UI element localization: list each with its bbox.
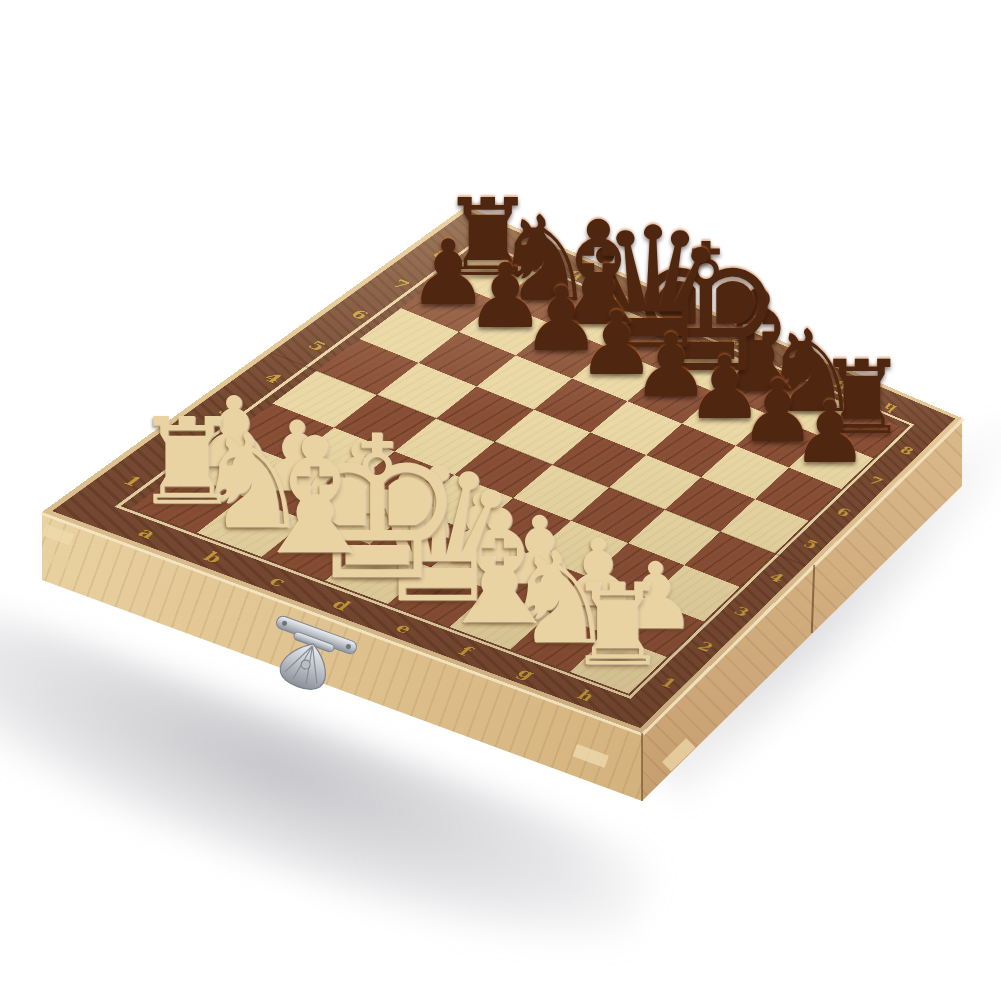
clasp-latch-icon xyxy=(268,608,388,718)
chess-set-product-photo: aa11bb22cc33dd44ee55ff66gg77hh88 ♜♞♝♛♚♝♞… xyxy=(0,0,1001,1001)
box-corner-edge xyxy=(641,733,643,801)
